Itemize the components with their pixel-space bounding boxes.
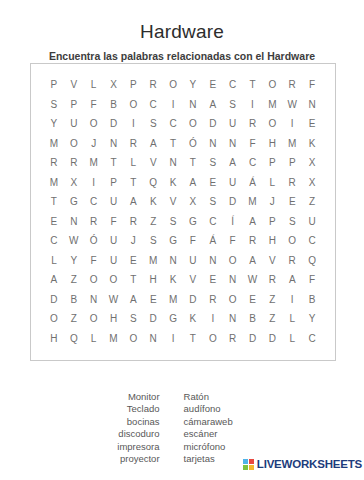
grid-cell[interactable]: M <box>243 192 263 212</box>
grid-cell[interactable]: D <box>104 114 124 134</box>
grid-cell[interactable]: E <box>282 192 302 212</box>
grid-cell[interactable]: M <box>84 153 104 173</box>
grid-cell[interactable]: A <box>203 95 223 115</box>
grid-cell[interactable]: Z <box>302 192 322 212</box>
grid-cell[interactable]: U <box>104 251 124 271</box>
grid-cell[interactable]: T <box>163 134 183 154</box>
grid-cell[interactable]: A <box>44 270 64 290</box>
grid-cell[interactable]: M <box>44 173 64 193</box>
grid-cell[interactable]: C <box>143 95 163 115</box>
word-list-column-1: MonitorTecladobocinasdiscoduroimpresorap… <box>117 391 159 465</box>
grid-cell[interactable]: Y <box>302 309 322 329</box>
grid-cell[interactable]: E <box>44 212 64 232</box>
grid-cell[interactable]: N <box>302 95 322 115</box>
grid-cell[interactable]: D <box>183 290 203 310</box>
grid-cell[interactable]: U <box>104 231 124 251</box>
grid-cell[interactable]: Ó <box>84 231 104 251</box>
grid-cell[interactable]: L <box>123 153 143 173</box>
grid-cell[interactable]: L <box>282 329 302 349</box>
liveworksheets-logo-text: LIVEWORKSHEETS <box>257 458 362 470</box>
grid-cell[interactable]: O <box>123 329 143 349</box>
grid-cell[interactable]: W <box>243 270 263 290</box>
grid-cell[interactable]: Z <box>143 212 163 232</box>
grid-cell[interactable]: G <box>163 231 183 251</box>
grid-cell[interactable]: R <box>282 251 302 271</box>
grid-cell[interactable]: C <box>44 231 64 251</box>
grid-cell[interactable]: F <box>84 251 104 271</box>
grid-cell[interactable]: B <box>302 290 322 310</box>
grid-cell[interactable]: S <box>143 114 163 134</box>
grid-cell[interactable]: U <box>104 192 124 212</box>
grid-cell[interactable]: W <box>282 95 302 115</box>
grid-cell[interactable]: O <box>104 270 124 290</box>
grid-cell[interactable]: U <box>302 212 322 232</box>
grid-cell[interactable]: G <box>183 212 203 232</box>
grid-cell[interactable]: H <box>262 134 282 154</box>
grid-cell[interactable]: Z <box>262 290 282 310</box>
grid-cell[interactable]: P <box>64 95 84 115</box>
grid-cell[interactable]: O <box>262 114 282 134</box>
grid-cell[interactable]: O <box>163 75 183 95</box>
grid-cell[interactable]: O <box>262 75 282 95</box>
grid-cell[interactable]: R <box>123 212 143 232</box>
grid-cell[interactable]: S <box>44 95 64 115</box>
grid-cell[interactable]: L <box>84 75 104 95</box>
grid-cell[interactable]: V <box>64 75 84 95</box>
grid-cell[interactable]: V <box>143 153 163 173</box>
word-list: MonitorTecladobocinasdiscoduroimpresorap… <box>0 391 364 465</box>
grid-cell[interactable]: O <box>84 114 104 134</box>
grid-cell[interactable]: F <box>223 231 243 251</box>
grid-cell[interactable]: O <box>223 290 243 310</box>
grid-cell[interactable]: X <box>302 173 322 193</box>
grid-cell[interactable]: F <box>302 270 322 290</box>
grid-cell[interactable]: E <box>243 290 263 310</box>
grid-cell[interactable]: Z <box>64 309 84 329</box>
grid-cell[interactable]: A <box>243 251 263 271</box>
grid-cell[interactable]: Y <box>64 251 84 271</box>
grid-cell[interactable]: P <box>44 75 64 95</box>
grid-cell[interactable]: R <box>243 231 263 251</box>
grid-cell[interactable]: D <box>243 329 263 349</box>
grid-cell[interactable]: D <box>143 309 163 329</box>
grid-cell[interactable]: J <box>123 231 143 251</box>
grid-cell[interactable]: M <box>163 290 183 310</box>
word-search-grid[interactable]: PVLXPROYECTORFSPFBOCINASIMWNYUODISCODURO… <box>30 63 336 361</box>
grid-cell[interactable]: D <box>203 114 223 134</box>
grid-cell[interactable]: O <box>203 329 223 349</box>
grid-cell[interactable]: N <box>104 134 124 154</box>
grid-cell[interactable]: V <box>163 192 183 212</box>
grid-cell[interactable]: U <box>223 114 243 134</box>
grid-cell[interactable]: S <box>163 212 183 232</box>
grid-cell[interactable]: T <box>183 153 203 173</box>
liveworksheets-icon <box>243 459 254 470</box>
grid-cell[interactable]: R <box>243 114 263 134</box>
grid-cell[interactable]: R <box>262 270 282 290</box>
grid-cell[interactable]: A <box>123 192 143 212</box>
grid-cell[interactable]: T <box>44 192 64 212</box>
grid-cell[interactable]: M <box>104 329 124 349</box>
grid-cell[interactable]: O <box>84 270 104 290</box>
grid-cell[interactable]: E <box>302 114 322 134</box>
grid-cell[interactable]: H <box>143 270 163 290</box>
grid-cell[interactable]: A <box>282 270 302 290</box>
grid-cell[interactable]: S <box>282 212 302 232</box>
grid-cell[interactable]: N <box>203 251 223 271</box>
grid-cell[interactable]: N <box>64 212 84 232</box>
grid-cell[interactable]: J <box>84 134 104 154</box>
grid-cell[interactable]: E <box>203 75 223 95</box>
grid-cell[interactable]: P <box>262 212 282 232</box>
grid-cell[interactable]: W <box>64 231 84 251</box>
grid-cell[interactable]: X <box>183 192 203 212</box>
grid-cell[interactable]: T <box>183 329 203 349</box>
grid-cell[interactable]: R <box>123 134 143 154</box>
word-list-item: escáner <box>184 428 233 440</box>
grid-cell[interactable]: O <box>64 134 84 154</box>
grid-cell[interactable]: R <box>143 75 163 95</box>
word-list-item: audífono <box>184 403 233 415</box>
grid-cell[interactable]: T <box>243 75 263 95</box>
grid-cell[interactable]: O <box>123 95 143 115</box>
grid-cell[interactable]: V <box>262 251 282 271</box>
grid-cell[interactable]: T <box>123 173 143 193</box>
grid-cell[interactable]: L <box>84 329 104 349</box>
grid-cell[interactable]: N <box>223 134 243 154</box>
grid-cell[interactable]: I <box>282 290 302 310</box>
grid-cell[interactable]: R <box>44 153 64 173</box>
word-list-item: tarjetas <box>184 453 233 465</box>
grid-cell[interactable]: H <box>44 329 64 349</box>
word-list-item: Monitor <box>117 391 159 403</box>
liveworksheets-logo: LIVEWORKSHEETS <box>243 458 362 470</box>
grid-cell[interactable]: R <box>84 212 104 232</box>
grid-cell[interactable]: X <box>302 153 322 173</box>
grid-cell[interactable]: I <box>123 114 143 134</box>
grid-cell[interactable]: Y <box>183 75 203 95</box>
grid-cell[interactable]: Á <box>243 173 263 193</box>
grid-cell[interactable]: Q <box>64 329 84 349</box>
grid-cell[interactable]: N <box>163 153 183 173</box>
grid-cell[interactable]: R <box>282 173 302 193</box>
grid-cell[interactable]: I <box>203 309 223 329</box>
grid-cell[interactable]: T <box>123 270 143 290</box>
grid-cell[interactable]: U <box>183 251 203 271</box>
grid-cell[interactable]: A <box>183 173 203 193</box>
grid-cell[interactable]: F <box>302 75 322 95</box>
grid-cell[interactable]: X <box>104 75 124 95</box>
grid-cell[interactable]: P <box>262 153 282 173</box>
grid-cell[interactable]: B <box>243 309 263 329</box>
grid-cell[interactable]: I <box>84 173 104 193</box>
grid-cell[interactable]: L <box>282 309 302 329</box>
worksheet-page: Hardware Encuentra las palabras relacion… <box>0 0 364 480</box>
grid-cell[interactable]: A <box>143 134 163 154</box>
grid-cell[interactable]: I <box>243 95 263 115</box>
grid-cell[interactable]: C <box>84 192 104 212</box>
word-list-item: Teclado <box>117 403 159 415</box>
grid-cell[interactable]: C <box>243 153 263 173</box>
grid-cell[interactable]: A <box>123 290 143 310</box>
grid-cell[interactable]: Q <box>143 173 163 193</box>
grid-cell[interactable]: O <box>282 231 302 251</box>
grid-cell[interactable]: K <box>183 309 203 329</box>
grid-cell[interactable]: M <box>262 95 282 115</box>
grid-cell[interactable]: N <box>84 290 104 310</box>
grid-cell[interactable]: Ó <box>183 134 203 154</box>
grid-cell[interactable]: H <box>104 309 124 329</box>
grid-cell[interactable]: Á <box>203 231 223 251</box>
grid-cell[interactable]: D <box>44 290 64 310</box>
grid-cell[interactable]: U <box>223 173 243 193</box>
grid-cell[interactable]: N <box>143 329 163 349</box>
grid-cell[interactable]: L <box>44 251 64 271</box>
grid-cell[interactable]: G <box>64 192 84 212</box>
grid-cell[interactable]: C <box>302 231 322 251</box>
grid-cell[interactable]: E <box>143 290 163 310</box>
grid-cell[interactable]: N <box>223 270 243 290</box>
word-list-column-2: Ratónaudífonocámarawebescánermicrófonota… <box>184 391 233 465</box>
grid-cell[interactable]: O <box>223 251 243 271</box>
grid-cell[interactable]: N <box>203 134 223 154</box>
grid-cell[interactable]: C <box>203 212 223 232</box>
grid-cell[interactable]: J <box>262 192 282 212</box>
word-list-item: impresora <box>117 441 159 453</box>
word-list-item: bocinas <box>117 416 159 428</box>
grid-cell[interactable]: R <box>282 75 302 95</box>
grid-cell[interactable]: X <box>64 173 84 193</box>
grid-cell[interactable]: F <box>243 134 263 154</box>
grid-cell[interactable]: U <box>64 114 84 134</box>
grid-cell[interactable]: C <box>223 75 243 95</box>
grid-cell[interactable]: Z <box>262 309 282 329</box>
grid-cell[interactable]: T <box>104 153 124 173</box>
grid-cell[interactable]: Q <box>302 251 322 271</box>
grid-cell[interactable]: O <box>183 114 203 134</box>
grid-cell[interactable]: F <box>84 95 104 115</box>
grid-cell[interactable]: B <box>64 290 84 310</box>
grid-cell[interactable]: N <box>163 251 183 271</box>
grid-cell[interactable]: B <box>104 95 124 115</box>
grid-cell[interactable]: S <box>223 95 243 115</box>
grid-cell[interactable]: I <box>163 95 183 115</box>
grid-cell[interactable]: C <box>302 329 322 349</box>
grid-cell[interactable]: C <box>163 114 183 134</box>
grid-cell[interactable]: A <box>243 212 263 232</box>
grid-cell[interactable]: O <box>84 309 104 329</box>
grid-cell[interactable]: G <box>163 309 183 329</box>
grid-cell[interactable]: R <box>64 153 84 173</box>
grid-cell[interactable]: Z <box>64 270 84 290</box>
grid-cell[interactable]: K <box>163 173 183 193</box>
grid-cell[interactable]: S <box>203 192 223 212</box>
grid-cell[interactable]: N <box>183 95 203 115</box>
grid-cell[interactable]: P <box>104 173 124 193</box>
grid-cell[interactable]: E <box>203 270 223 290</box>
grid-cell[interactable]: P <box>123 75 143 95</box>
word-list-item: Ratón <box>184 391 233 403</box>
grid-cell[interactable]: A <box>223 153 243 173</box>
page-title: Hardware <box>0 0 364 43</box>
grid-cell[interactable]: I <box>163 329 183 349</box>
grid-cell[interactable]: S <box>123 309 143 329</box>
word-list-item: discoduro <box>117 428 159 440</box>
grid-cell[interactable]: L <box>262 173 282 193</box>
grid-cell[interactable]: Í <box>223 212 243 232</box>
grid-cell[interactable]: R <box>223 329 243 349</box>
grid-cell[interactable]: M <box>282 134 302 154</box>
grid-cell[interactable]: E <box>203 173 223 193</box>
grid-cell[interactable]: S <box>203 153 223 173</box>
grid-cell[interactable]: W <box>104 290 124 310</box>
grid-cell[interactable]: R <box>203 290 223 310</box>
grid-cell[interactable]: M <box>44 134 64 154</box>
grid-cell[interactable]: D <box>223 192 243 212</box>
grid-cell[interactable]: K <box>143 192 163 212</box>
word-list-item: micrófono <box>184 441 233 453</box>
grid-cell[interactable]: V <box>183 270 203 290</box>
grid-cell[interactable]: S <box>143 231 163 251</box>
grid-cell[interactable]: O <box>44 309 64 329</box>
page-subtitle: Encuentra las palabras relacionadas con … <box>0 50 364 62</box>
grid-cell[interactable]: P <box>282 153 302 173</box>
grid-cell[interactable]: E <box>123 251 143 271</box>
grid-cell[interactable]: Y <box>44 114 64 134</box>
grid-cell[interactable]: F <box>104 212 124 232</box>
grid-cell[interactable]: H <box>262 231 282 251</box>
grid-cell[interactable]: K <box>163 270 183 290</box>
grid-cell[interactable]: N <box>223 309 243 329</box>
grid-cell[interactable]: K <box>302 134 322 154</box>
word-list-item: cámaraweb <box>184 416 233 428</box>
grid-cell[interactable]: M <box>143 251 163 271</box>
grid-cell[interactable]: I <box>282 114 302 134</box>
grid-cell[interactable]: F <box>183 231 203 251</box>
grid-cell[interactable]: D <box>262 329 282 349</box>
word-list-item: proyector <box>117 453 159 465</box>
